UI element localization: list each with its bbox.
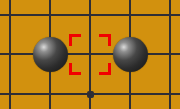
go-board[interactable]: ●● <box>0 0 180 109</box>
stone-glyph: ● <box>33 37 68 72</box>
star-point-hoshi <box>87 91 94 98</box>
marker-corner-top-right <box>99 34 111 46</box>
selection-marker <box>69 34 111 75</box>
marker-corner-top-left <box>69 34 81 46</box>
black-stone[interactable]: ● <box>33 37 68 72</box>
board-grid: ●● <box>0 0 180 109</box>
stone-glyph: ● <box>113 37 148 72</box>
black-stone[interactable]: ● <box>113 37 148 72</box>
marker-corner-bottom-right <box>99 63 111 75</box>
marker-corner-bottom-left <box>69 63 81 75</box>
